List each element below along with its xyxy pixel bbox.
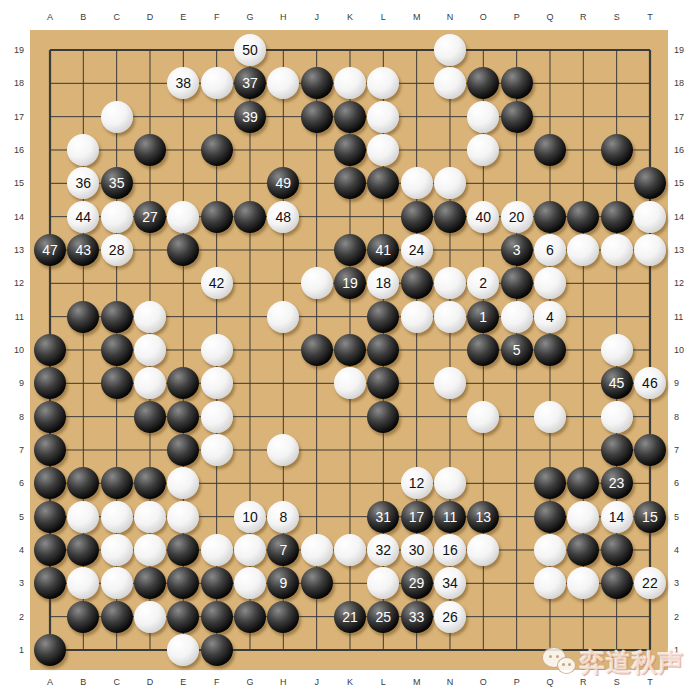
stone-black-E7 bbox=[167, 434, 199, 466]
stone-black-E3 bbox=[167, 567, 199, 599]
stone-black-E9 bbox=[167, 367, 199, 399]
stone-white-N19 bbox=[434, 34, 466, 66]
stone-black-C10 bbox=[101, 334, 133, 366]
row-label-right: 5 bbox=[674, 512, 696, 522]
stone-black-L13: 41 bbox=[367, 234, 399, 266]
stone-white-N12 bbox=[434, 267, 466, 299]
stone-white-F8 bbox=[201, 401, 233, 433]
stone-white-B15: 36 bbox=[67, 167, 99, 199]
stone-black-C15: 35 bbox=[101, 167, 133, 199]
move-number: 28 bbox=[109, 243, 125, 257]
stone-white-R5 bbox=[567, 501, 599, 533]
row-label-left: 3 bbox=[2, 578, 24, 588]
stone-black-P18 bbox=[501, 67, 533, 99]
column-label-top: D bbox=[147, 12, 154, 22]
stone-black-Q14 bbox=[534, 201, 566, 233]
move-number: 50 bbox=[242, 43, 258, 57]
stone-white-T3: 22 bbox=[634, 567, 666, 599]
row-label-right: 6 bbox=[674, 478, 696, 488]
stone-white-F7 bbox=[201, 434, 233, 466]
stone-white-L16 bbox=[367, 134, 399, 166]
stone-black-L8 bbox=[367, 401, 399, 433]
move-number: 21 bbox=[342, 610, 358, 624]
stone-black-L2: 25 bbox=[367, 601, 399, 633]
stone-white-T13 bbox=[634, 234, 666, 266]
stone-white-L18 bbox=[367, 67, 399, 99]
move-number: 23 bbox=[609, 476, 625, 490]
stone-black-N14 bbox=[434, 201, 466, 233]
stone-white-N3: 34 bbox=[434, 567, 466, 599]
stone-black-J17 bbox=[301, 101, 333, 133]
move-number: 30 bbox=[409, 543, 425, 557]
stone-black-E4 bbox=[167, 534, 199, 566]
stone-black-B13: 43 bbox=[67, 234, 99, 266]
stone-black-A13: 47 bbox=[34, 234, 66, 266]
row-label-left: 12 bbox=[2, 278, 24, 288]
move-number: 48 bbox=[275, 210, 291, 224]
stone-white-C4 bbox=[101, 534, 133, 566]
stone-white-N4: 16 bbox=[434, 534, 466, 566]
stone-white-O14: 40 bbox=[467, 201, 499, 233]
watermark-text: 弈道秋声 bbox=[580, 646, 684, 679]
row-label-left: 13 bbox=[2, 245, 24, 255]
stone-black-M2: 33 bbox=[401, 601, 433, 633]
stone-black-H2 bbox=[267, 601, 299, 633]
stone-white-K18 bbox=[334, 67, 366, 99]
stone-black-H4: 7 bbox=[267, 534, 299, 566]
stone-white-K4 bbox=[334, 534, 366, 566]
move-number: 26 bbox=[442, 610, 458, 624]
column-label-bottom: H bbox=[280, 677, 287, 687]
column-label-bottom: F bbox=[214, 677, 220, 687]
column-label-top: B bbox=[80, 12, 86, 22]
move-number: 31 bbox=[375, 510, 391, 524]
row-label-left: 1 bbox=[2, 645, 24, 655]
column-label-bottom: J bbox=[314, 677, 319, 687]
stone-black-E13 bbox=[167, 234, 199, 266]
row-label-right: 15 bbox=[674, 178, 696, 188]
row-label-right: 13 bbox=[674, 245, 696, 255]
move-number: 44 bbox=[76, 210, 92, 224]
stone-black-G14 bbox=[234, 201, 266, 233]
stone-white-D5 bbox=[134, 501, 166, 533]
column-label-top: M bbox=[413, 12, 421, 22]
stone-black-B2 bbox=[67, 601, 99, 633]
column-label-bottom: C bbox=[113, 677, 120, 687]
move-number: 5 bbox=[513, 343, 521, 357]
row-label-right: 4 bbox=[674, 545, 696, 555]
row-label-left: 8 bbox=[2, 412, 24, 422]
stone-white-C5 bbox=[101, 501, 133, 533]
stone-black-P12 bbox=[501, 267, 533, 299]
move-number: 22 bbox=[642, 576, 658, 590]
move-number: 45 bbox=[609, 376, 625, 390]
move-number: 10 bbox=[242, 510, 258, 524]
stone-white-M6: 12 bbox=[401, 467, 433, 499]
stone-black-Q10 bbox=[534, 334, 566, 366]
stone-black-L10 bbox=[367, 334, 399, 366]
stone-black-A5 bbox=[34, 501, 66, 533]
move-number: 24 bbox=[409, 243, 425, 257]
stone-white-P14: 20 bbox=[501, 201, 533, 233]
move-number: 9 bbox=[279, 576, 287, 590]
stone-white-E5 bbox=[167, 501, 199, 533]
move-number: 46 bbox=[642, 376, 658, 390]
row-label-right: 17 bbox=[674, 112, 696, 122]
stone-white-D2 bbox=[134, 601, 166, 633]
stone-black-D6 bbox=[134, 467, 166, 499]
column-label-top: N bbox=[447, 12, 454, 22]
stone-white-D4 bbox=[134, 534, 166, 566]
move-number: 35 bbox=[109, 176, 125, 190]
column-label-bottom: N bbox=[447, 677, 454, 687]
stone-black-S14 bbox=[601, 201, 633, 233]
column-label-bottom: K bbox=[347, 677, 353, 687]
stone-white-L17 bbox=[367, 101, 399, 133]
column-label-bottom: B bbox=[80, 677, 86, 687]
go-board[interactable]: 5038373936354944274840204743284124364219… bbox=[33, 33, 666, 666]
move-number: 29 bbox=[409, 576, 425, 590]
stone-white-K9 bbox=[334, 367, 366, 399]
stone-white-F18 bbox=[201, 67, 233, 99]
stone-black-B4 bbox=[67, 534, 99, 566]
stone-black-K16 bbox=[334, 134, 366, 166]
stone-white-H5: 8 bbox=[267, 501, 299, 533]
stone-white-T14 bbox=[634, 201, 666, 233]
row-label-right: 19 bbox=[674, 45, 696, 55]
stone-black-E8 bbox=[167, 401, 199, 433]
row-label-left: 16 bbox=[2, 145, 24, 155]
move-number: 11 bbox=[443, 510, 458, 524]
column-label-top: K bbox=[347, 12, 353, 22]
row-label-left: 19 bbox=[2, 45, 24, 55]
column-label-top: F bbox=[214, 12, 220, 22]
stone-black-F3 bbox=[201, 567, 233, 599]
go-diagram-page: AABBCCDDEEFFGGHHJJKKLLMMNNOOPPQQRRSSTT19… bbox=[0, 0, 700, 700]
stone-black-C11 bbox=[101, 301, 133, 333]
column-label-top: C bbox=[113, 12, 120, 22]
stone-black-T15 bbox=[634, 167, 666, 199]
stone-white-Q4 bbox=[534, 534, 566, 566]
move-number: 15 bbox=[642, 510, 658, 524]
stone-white-L3 bbox=[367, 567, 399, 599]
stone-black-S4 bbox=[601, 534, 633, 566]
stone-white-O4 bbox=[467, 534, 499, 566]
row-label-left: 17 bbox=[2, 112, 24, 122]
row-label-right: 9 bbox=[674, 378, 696, 388]
column-label-bottom: E bbox=[180, 677, 186, 687]
stone-white-E14 bbox=[167, 201, 199, 233]
move-number: 42 bbox=[209, 276, 225, 290]
stone-black-S7 bbox=[601, 434, 633, 466]
stone-white-S13 bbox=[601, 234, 633, 266]
stone-black-M3: 29 bbox=[401, 567, 433, 599]
stone-white-T9: 46 bbox=[634, 367, 666, 399]
move-number: 12 bbox=[409, 476, 425, 490]
stone-black-A7 bbox=[34, 434, 66, 466]
column-label-top: P bbox=[514, 12, 520, 22]
column-label-top: L bbox=[381, 12, 386, 22]
stone-black-L5: 31 bbox=[367, 501, 399, 533]
row-label-right: 18 bbox=[674, 78, 696, 88]
stone-white-C14 bbox=[101, 201, 133, 233]
stone-black-C2 bbox=[101, 601, 133, 633]
stone-black-S9: 45 bbox=[601, 367, 633, 399]
stone-white-H11 bbox=[267, 301, 299, 333]
stone-black-F1 bbox=[201, 634, 233, 666]
move-number: 19 bbox=[342, 276, 358, 290]
column-label-top: Q bbox=[546, 12, 553, 22]
stone-white-G3 bbox=[234, 567, 266, 599]
stone-black-Q6 bbox=[534, 467, 566, 499]
wechat-icon bbox=[540, 645, 580, 679]
move-number: 2 bbox=[479, 276, 487, 290]
stone-white-M13: 24 bbox=[401, 234, 433, 266]
watermark: 弈道秋声 bbox=[540, 644, 684, 680]
stone-white-L12: 18 bbox=[367, 267, 399, 299]
stone-black-G2 bbox=[234, 601, 266, 633]
move-number: 36 bbox=[76, 176, 92, 190]
stone-black-P13: 3 bbox=[501, 234, 533, 266]
row-label-right: 11 bbox=[674, 312, 696, 322]
stone-black-G17: 39 bbox=[234, 101, 266, 133]
stone-white-G4 bbox=[234, 534, 266, 566]
stone-black-O18 bbox=[467, 67, 499, 99]
stone-white-R3 bbox=[567, 567, 599, 599]
stone-white-N6 bbox=[434, 467, 466, 499]
stone-black-L15 bbox=[367, 167, 399, 199]
stone-white-F12: 42 bbox=[201, 267, 233, 299]
stone-white-E6 bbox=[167, 467, 199, 499]
stone-white-Q3 bbox=[534, 567, 566, 599]
move-number: 47 bbox=[42, 243, 58, 257]
stone-white-F10 bbox=[201, 334, 233, 366]
row-label-left: 5 bbox=[2, 512, 24, 522]
column-label-top: A bbox=[47, 12, 53, 22]
row-label-left: 9 bbox=[2, 378, 24, 388]
stone-black-P17 bbox=[501, 101, 533, 133]
stone-black-A1 bbox=[34, 634, 66, 666]
stone-white-Q11: 4 bbox=[534, 301, 566, 333]
stone-black-O10 bbox=[467, 334, 499, 366]
stone-black-D16 bbox=[134, 134, 166, 166]
stone-black-S6: 23 bbox=[601, 467, 633, 499]
stone-white-Q8 bbox=[534, 401, 566, 433]
stone-black-E2 bbox=[167, 601, 199, 633]
row-label-right: 16 bbox=[674, 145, 696, 155]
stone-white-N2: 26 bbox=[434, 601, 466, 633]
move-number: 34 bbox=[442, 576, 458, 590]
stone-black-A9 bbox=[34, 367, 66, 399]
stone-black-K13 bbox=[334, 234, 366, 266]
column-label-bottom: O bbox=[480, 677, 487, 687]
stone-black-P10: 5 bbox=[501, 334, 533, 366]
move-number: 13 bbox=[475, 510, 491, 524]
stone-black-K2: 21 bbox=[334, 601, 366, 633]
stone-black-A6 bbox=[34, 467, 66, 499]
stone-white-M15 bbox=[401, 167, 433, 199]
stone-white-Q13: 6 bbox=[534, 234, 566, 266]
row-label-left: 10 bbox=[2, 345, 24, 355]
stone-white-N9 bbox=[434, 367, 466, 399]
row-label-left: 6 bbox=[2, 478, 24, 488]
stone-white-S10 bbox=[601, 334, 633, 366]
stone-black-L11 bbox=[367, 301, 399, 333]
stone-black-R4 bbox=[567, 534, 599, 566]
stone-black-K15 bbox=[334, 167, 366, 199]
stone-white-B14: 44 bbox=[67, 201, 99, 233]
row-label-left: 2 bbox=[2, 612, 24, 622]
stone-black-R14 bbox=[567, 201, 599, 233]
column-label-top: G bbox=[246, 12, 253, 22]
stone-white-D11 bbox=[134, 301, 166, 333]
stone-black-D14: 27 bbox=[134, 201, 166, 233]
stone-black-H15: 49 bbox=[267, 167, 299, 199]
stone-black-F14 bbox=[201, 201, 233, 233]
stone-white-S5: 14 bbox=[601, 501, 633, 533]
stone-black-R6 bbox=[567, 467, 599, 499]
row-label-left: 4 bbox=[2, 545, 24, 555]
stone-white-J12 bbox=[301, 267, 333, 299]
move-number: 17 bbox=[409, 510, 425, 524]
stone-black-C9 bbox=[101, 367, 133, 399]
stone-white-N11 bbox=[434, 301, 466, 333]
stone-white-P11 bbox=[501, 301, 533, 333]
move-number: 40 bbox=[475, 210, 491, 224]
stone-black-A8 bbox=[34, 401, 66, 433]
stone-black-M5: 17 bbox=[401, 501, 433, 533]
stone-white-R13 bbox=[567, 234, 599, 266]
move-number: 38 bbox=[176, 76, 192, 90]
move-number: 1 bbox=[479, 310, 487, 324]
move-number: 27 bbox=[142, 210, 158, 224]
stone-white-C17 bbox=[101, 101, 133, 133]
column-label-top: E bbox=[180, 12, 186, 22]
row-label-left: 18 bbox=[2, 78, 24, 88]
stone-black-J10 bbox=[301, 334, 333, 366]
stone-black-A10 bbox=[34, 334, 66, 366]
row-label-right: 8 bbox=[674, 412, 696, 422]
move-number: 8 bbox=[279, 510, 287, 524]
stone-black-K12: 19 bbox=[334, 267, 366, 299]
stone-black-T7 bbox=[634, 434, 666, 466]
stone-white-O12: 2 bbox=[467, 267, 499, 299]
stone-white-O16 bbox=[467, 134, 499, 166]
stone-white-M4: 30 bbox=[401, 534, 433, 566]
stone-white-F9 bbox=[201, 367, 233, 399]
stone-white-C3 bbox=[101, 567, 133, 599]
stone-white-G19: 50 bbox=[234, 34, 266, 66]
stone-white-C13: 28 bbox=[101, 234, 133, 266]
stone-black-S16 bbox=[601, 134, 633, 166]
move-number: 4 bbox=[546, 310, 554, 324]
stone-black-D8 bbox=[134, 401, 166, 433]
column-label-top: O bbox=[480, 12, 487, 22]
stone-black-K17 bbox=[334, 101, 366, 133]
row-label-left: 15 bbox=[2, 178, 24, 188]
stone-white-J4 bbox=[301, 534, 333, 566]
move-number: 25 bbox=[375, 610, 391, 624]
move-number: 7 bbox=[279, 543, 287, 557]
stone-black-J3 bbox=[301, 567, 333, 599]
move-number: 49 bbox=[275, 176, 291, 190]
move-number: 43 bbox=[76, 243, 92, 257]
stone-white-O8 bbox=[467, 401, 499, 433]
row-label-right: 14 bbox=[674, 212, 696, 222]
stone-white-H14: 48 bbox=[267, 201, 299, 233]
stone-black-G18: 37 bbox=[234, 67, 266, 99]
stone-black-O5: 13 bbox=[467, 501, 499, 533]
stone-white-E1 bbox=[167, 634, 199, 666]
stone-black-A4 bbox=[34, 534, 66, 566]
move-number: 41 bbox=[375, 243, 391, 257]
stone-white-F4 bbox=[201, 534, 233, 566]
stone-white-B5 bbox=[67, 501, 99, 533]
stone-white-N15 bbox=[434, 167, 466, 199]
move-number: 6 bbox=[546, 243, 554, 257]
stone-white-B3 bbox=[67, 567, 99, 599]
row-label-right: 12 bbox=[674, 278, 696, 288]
stone-black-A3 bbox=[34, 567, 66, 599]
stone-black-O11: 1 bbox=[467, 301, 499, 333]
stone-white-S8 bbox=[601, 401, 633, 433]
stone-black-C6 bbox=[101, 467, 133, 499]
stone-black-H3: 9 bbox=[267, 567, 299, 599]
move-number: 14 bbox=[609, 510, 625, 524]
stone-black-J18 bbox=[301, 67, 333, 99]
stone-black-M12 bbox=[401, 267, 433, 299]
column-label-top: H bbox=[280, 12, 287, 22]
stone-white-E18: 38 bbox=[167, 67, 199, 99]
move-number: 39 bbox=[242, 110, 258, 124]
column-label-top: S bbox=[614, 12, 620, 22]
column-label-bottom: P bbox=[514, 677, 520, 687]
row-label-left: 14 bbox=[2, 212, 24, 222]
column-label-bottom: A bbox=[47, 677, 53, 687]
move-number: 16 bbox=[442, 543, 458, 557]
row-label-right: 7 bbox=[674, 445, 696, 455]
stone-black-M14 bbox=[401, 201, 433, 233]
row-label-left: 7 bbox=[2, 445, 24, 455]
row-label-left: 11 bbox=[2, 312, 24, 322]
stone-black-K10 bbox=[334, 334, 366, 366]
column-label-bottom: M bbox=[413, 677, 421, 687]
stone-white-Q12 bbox=[534, 267, 566, 299]
stone-white-H7 bbox=[267, 434, 299, 466]
stone-white-O17 bbox=[467, 101, 499, 133]
move-number: 18 bbox=[375, 276, 391, 290]
stone-white-N18 bbox=[434, 67, 466, 99]
column-label-bottom: L bbox=[381, 677, 386, 687]
stone-black-B6 bbox=[67, 467, 99, 499]
stone-white-D9 bbox=[134, 367, 166, 399]
move-number: 33 bbox=[409, 610, 425, 624]
stone-black-Q5 bbox=[534, 501, 566, 533]
column-label-top: J bbox=[314, 12, 319, 22]
row-label-right: 2 bbox=[674, 612, 696, 622]
stone-black-B11 bbox=[67, 301, 99, 333]
stone-black-Q16 bbox=[534, 134, 566, 166]
stone-black-T5: 15 bbox=[634, 501, 666, 533]
stone-white-D10 bbox=[134, 334, 166, 366]
column-label-top: T bbox=[647, 12, 653, 22]
column-label-top: R bbox=[580, 12, 587, 22]
stone-black-D3 bbox=[134, 567, 166, 599]
column-label-bottom: D bbox=[147, 677, 154, 687]
stone-black-F16 bbox=[201, 134, 233, 166]
stone-white-H18 bbox=[267, 67, 299, 99]
stone-black-L9 bbox=[367, 367, 399, 399]
